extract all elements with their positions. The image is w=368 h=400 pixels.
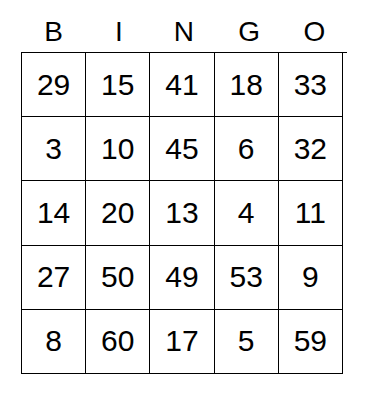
bingo-cell[interactable]: 15 [86, 53, 150, 117]
bingo-cell[interactable]: 9 [279, 246, 343, 310]
bingo-cell[interactable]: 14 [22, 181, 86, 245]
bingo-cell[interactable]: 41 [150, 53, 214, 117]
bingo-header: BINGO [21, 0, 347, 52]
bingo-header-letter: I [86, 18, 151, 52]
bingo-cell[interactable]: 11 [279, 181, 343, 245]
bingo-cell[interactable]: 3 [22, 117, 86, 181]
bingo-cell[interactable]: 45 [150, 117, 214, 181]
bingo-cell[interactable]: 49 [150, 246, 214, 310]
bingo-cell[interactable]: 8 [22, 310, 86, 374]
bingo-cell[interactable]: 17 [150, 310, 214, 374]
bingo-cell[interactable]: 5 [215, 310, 279, 374]
bingo-cell[interactable]: 13 [150, 181, 214, 245]
bingo-cell[interactable]: 29 [22, 53, 86, 117]
bingo-card: BINGO 2915411833310456321420134112750495… [21, 0, 347, 374]
bingo-cell[interactable]: 33 [279, 53, 343, 117]
bingo-cell[interactable]: 59 [279, 310, 343, 374]
bingo-cell[interactable]: 18 [215, 53, 279, 117]
bingo-cell[interactable]: 60 [86, 310, 150, 374]
bingo-cell[interactable]: 10 [86, 117, 150, 181]
bingo-header-letter: N [151, 18, 216, 52]
bingo-header-letter: B [21, 18, 86, 52]
bingo-grid: 2915411833310456321420134112750495398601… [21, 52, 347, 374]
bingo-cell[interactable]: 20 [86, 181, 150, 245]
bingo-cell[interactable]: 27 [22, 246, 86, 310]
bingo-header-letter: G [217, 18, 282, 52]
bingo-cell[interactable]: 32 [279, 117, 343, 181]
bingo-cell[interactable]: 53 [215, 246, 279, 310]
bingo-cell[interactable]: 4 [215, 181, 279, 245]
bingo-header-letter: O [282, 18, 347, 52]
bingo-cell[interactable]: 50 [86, 246, 150, 310]
bingo-cell[interactable]: 6 [215, 117, 279, 181]
